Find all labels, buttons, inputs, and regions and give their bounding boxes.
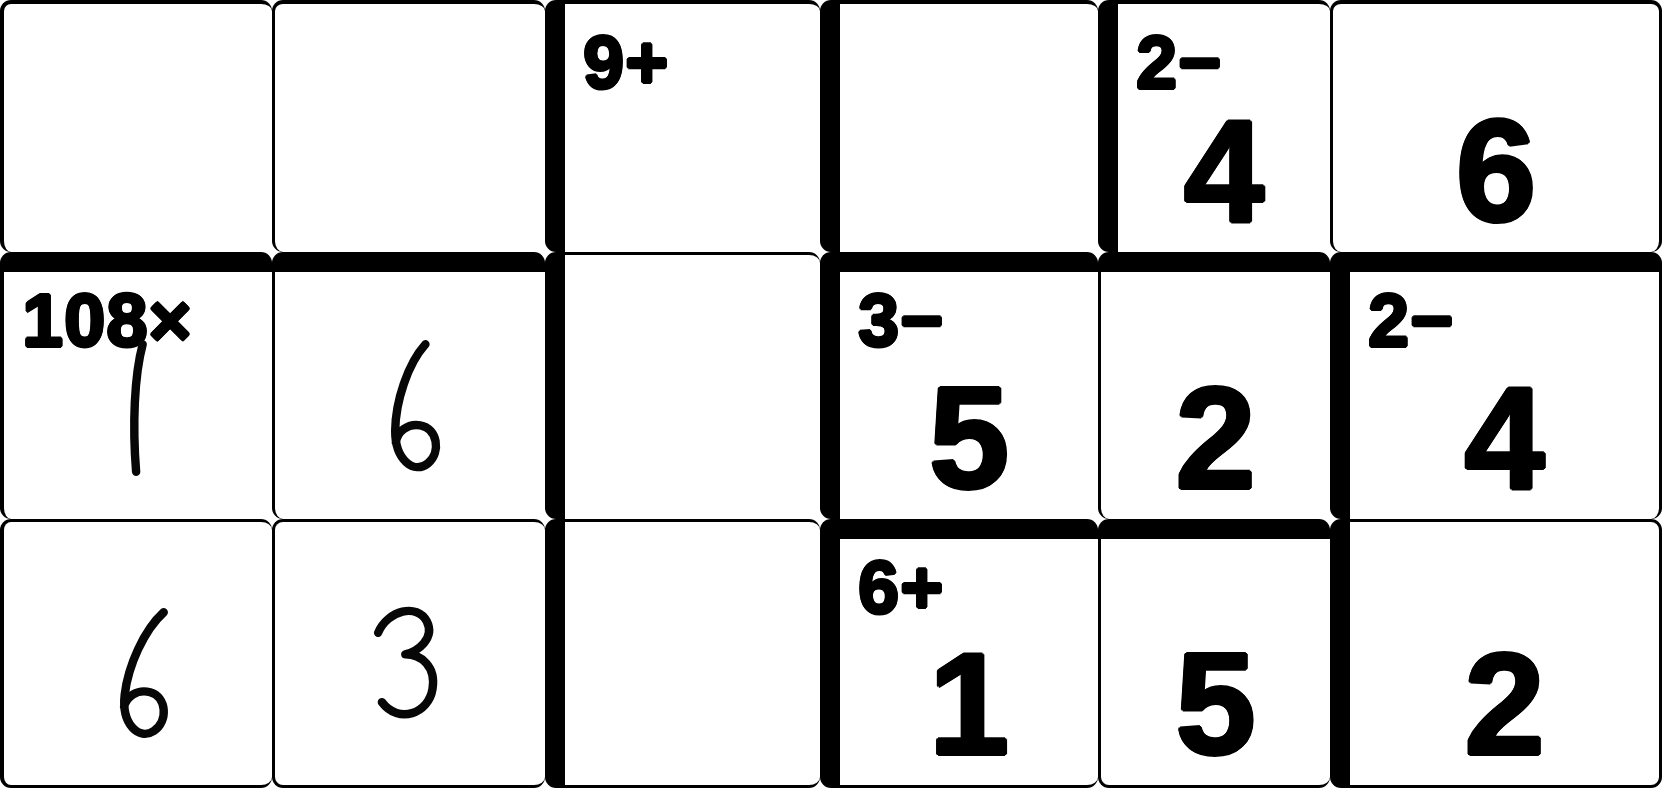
cell-r1c2[interactable] (272, 0, 545, 252)
cage-label: 6+ (840, 539, 944, 625)
cell-r2c4[interactable]: 3− 5 (820, 252, 1098, 519)
handwritten-digit (363, 599, 457, 749)
cell-r1c4[interactable] (820, 0, 1098, 252)
cage-label (4, 522, 22, 534)
answer-digit: 6 (1333, 100, 1659, 244)
cell-r1c3[interactable]: 9+ (545, 0, 820, 252)
answer-digit: 2 (1350, 633, 1659, 777)
answer-digit: 1 (840, 633, 1098, 777)
cage-label: 3− (840, 272, 944, 358)
cell-r3c4[interactable]: 6+ 1 (820, 519, 1098, 788)
cage-label (1101, 539, 1119, 551)
cage-label: 9+ (565, 4, 669, 100)
cell-r2c5[interactable]: 2 (1098, 252, 1330, 519)
cage-label (565, 255, 583, 267)
cell-r1c1[interactable] (0, 0, 272, 252)
cell-r3c5[interactable]: 5 (1098, 519, 1330, 788)
cell-r2c2[interactable] (272, 252, 545, 519)
cage-label (4, 4, 22, 26)
cage-label (840, 4, 858, 26)
cell-r1c5[interactable]: 2− 4 (1098, 0, 1330, 252)
answer-digit: 2 (1101, 367, 1330, 511)
cage-label (565, 522, 583, 534)
handwritten-digit (91, 597, 192, 752)
handwritten-digit (359, 331, 460, 486)
answer-digit: 4 (1118, 100, 1330, 244)
cell-r3c1[interactable] (0, 519, 272, 788)
answer-digit: 5 (1101, 633, 1330, 777)
cell-r3c6[interactable]: 2 (1330, 519, 1662, 788)
answer-digit: 4 (1350, 367, 1659, 511)
cell-r3c2[interactable] (272, 519, 545, 788)
cage-label (1350, 522, 1368, 534)
cell-r3c3[interactable] (545, 519, 820, 788)
cage-label: 2− (1350, 272, 1454, 358)
handwritten-digit (91, 333, 185, 483)
cage-label: 2− (1118, 4, 1222, 100)
cage-label (1101, 272, 1119, 284)
cell-r2c3[interactable] (545, 252, 820, 519)
cage-label (275, 522, 293, 534)
cage-label (275, 272, 293, 284)
cell-r2c6[interactable]: 2− 4 (1330, 252, 1662, 519)
cage-label (275, 4, 293, 26)
cell-r1c6[interactable]: 6 (1330, 0, 1662, 252)
kenken-board: 9+ 2− 4 6 108× 3− 5 2 2− 4 (0, 0, 1662, 788)
cage-label (1333, 4, 1351, 26)
answer-digit: 5 (840, 367, 1098, 511)
cell-r2c1[interactable]: 108× (0, 252, 272, 519)
